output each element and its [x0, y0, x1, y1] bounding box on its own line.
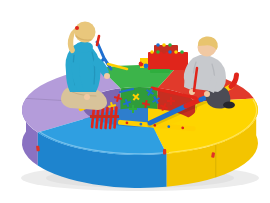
block-front-wall [148, 52, 188, 70]
photo-canvas [0, 0, 270, 203]
block-green-tile [150, 69, 170, 73]
boy-right-hand [204, 91, 210, 97]
softplay-ring-photo [0, 0, 270, 203]
block-stud [150, 50, 154, 54]
peg-cross-bar [90, 115, 119, 118]
block-stud [156, 50, 160, 54]
block-stud [162, 43, 166, 47]
block-stud [168, 50, 172, 54]
seam-tag [163, 149, 166, 155]
block-stud [180, 50, 184, 54]
block-stud [174, 50, 178, 54]
girl-right-hand [84, 94, 90, 100]
block-stud [168, 43, 172, 47]
tube-red-elbow [231, 75, 237, 87]
block-stud [156, 43, 160, 47]
girl-hood [75, 42, 93, 53]
block-stud [162, 50, 166, 54]
girl [61, 22, 110, 111]
boy-shoe [223, 102, 235, 109]
girl-left-hand [104, 73, 110, 79]
girl-hair-tie [75, 26, 79, 30]
toy-ball [141, 59, 145, 63]
toy-ball [144, 64, 149, 69]
